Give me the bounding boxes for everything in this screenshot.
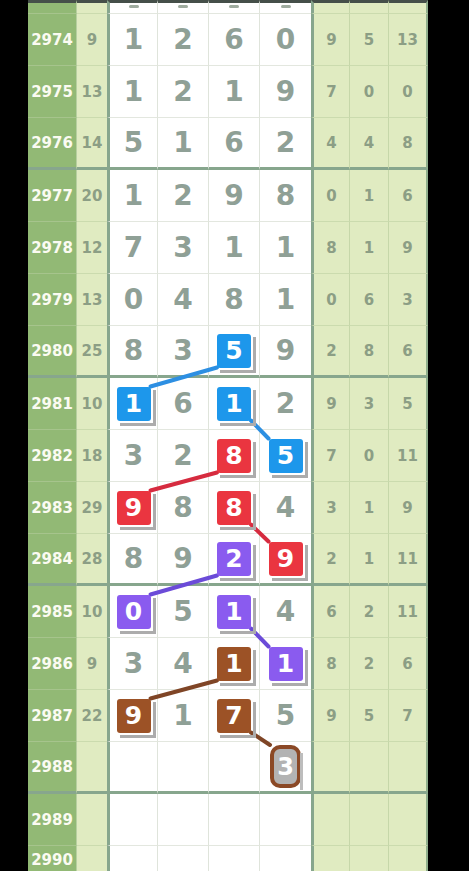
digit-cell bbox=[158, 846, 209, 871]
stat-cell: 9 bbox=[389, 482, 428, 534]
stat-cell bbox=[311, 742, 350, 794]
digit-cell: 9 bbox=[260, 66, 311, 118]
highlight-box: 1 bbox=[217, 647, 251, 681]
digit-cell bbox=[158, 742, 209, 794]
digit-cell: 4 bbox=[158, 638, 209, 690]
digit-cell: 7 bbox=[107, 222, 158, 274]
stat-cell: 1 bbox=[350, 170, 389, 222]
stat-cell: 3 bbox=[389, 274, 428, 326]
digit-cell: 8 bbox=[209, 430, 260, 482]
stat-cell bbox=[311, 794, 350, 846]
trend-grid: 2974912609513297513121970029761451624482… bbox=[28, 0, 428, 871]
digit-cell: 8 bbox=[158, 482, 209, 534]
digit-cell: 8 bbox=[107, 326, 158, 378]
digit-cell bbox=[107, 742, 158, 794]
digit-cell: 3 bbox=[107, 638, 158, 690]
clipped-digit-bottom bbox=[229, 5, 239, 8]
sum-cell: 10 bbox=[77, 586, 107, 638]
digit-cell: 1 bbox=[158, 690, 209, 742]
stat-cell: 3 bbox=[350, 378, 389, 430]
digit-cell: 1 bbox=[209, 66, 260, 118]
highlight-box: 1 bbox=[217, 595, 251, 629]
stat-cell bbox=[389, 846, 428, 871]
sum-cell: 10 bbox=[77, 378, 107, 430]
period-cell: 2982 bbox=[28, 430, 77, 482]
stat-cell: 6 bbox=[311, 586, 350, 638]
sum-cell: 13 bbox=[77, 274, 107, 326]
digit-cell bbox=[209, 742, 260, 794]
digit-cell: 6 bbox=[158, 378, 209, 430]
stat-cell: 6 bbox=[389, 638, 428, 690]
stat-cell: 3 bbox=[311, 482, 350, 534]
digit-cell: 9 bbox=[260, 326, 311, 378]
stat-cell: 5 bbox=[389, 378, 428, 430]
highlight-box: 9 bbox=[117, 491, 151, 525]
digit-cell: 2 bbox=[158, 66, 209, 118]
period-cell: 2974 bbox=[28, 14, 77, 66]
stat-cell: 8 bbox=[311, 638, 350, 690]
digit-cell: 3 bbox=[158, 222, 209, 274]
highlight-box: 9 bbox=[117, 699, 151, 733]
digit-cell: 3 bbox=[158, 326, 209, 378]
period-cell: 2981 bbox=[28, 378, 77, 430]
digit-cell: 1 bbox=[260, 222, 311, 274]
digit-cell: 4 bbox=[260, 482, 311, 534]
period-cell: 2990 bbox=[28, 846, 77, 871]
digit-cell bbox=[260, 0, 311, 14]
stat-cell: 8 bbox=[389, 118, 428, 170]
sum-cell bbox=[77, 846, 107, 871]
period-cell: 2976 bbox=[28, 118, 77, 170]
digit-cell: 6 bbox=[209, 118, 260, 170]
digit-cell bbox=[158, 0, 209, 14]
digit-cell bbox=[260, 846, 311, 871]
stat-cell: 6 bbox=[389, 326, 428, 378]
digit-cell: 1 bbox=[158, 118, 209, 170]
highlight-box: 1 bbox=[117, 387, 151, 421]
digit-cell: 0 bbox=[107, 586, 158, 638]
digit-cell: 2 bbox=[209, 534, 260, 586]
stat-cell: 1 bbox=[350, 222, 389, 274]
digit-cell: 5 bbox=[260, 430, 311, 482]
digit-cell: 6 bbox=[209, 14, 260, 66]
highlight-box: 5 bbox=[269, 439, 303, 473]
stat-cell bbox=[389, 0, 428, 14]
digit-cell: 9 bbox=[260, 534, 311, 586]
sum-cell bbox=[77, 742, 107, 794]
period-cell: 2989 bbox=[28, 794, 77, 846]
digit-cell bbox=[107, 794, 158, 846]
digit-cell: 9 bbox=[158, 534, 209, 586]
clipped-digit-bottom bbox=[281, 5, 291, 8]
digit-cell: 8 bbox=[260, 170, 311, 222]
stat-cell: 5 bbox=[350, 690, 389, 742]
sum-cell: 20 bbox=[77, 170, 107, 222]
digit-cell: 5 bbox=[107, 118, 158, 170]
digit-cell: 8 bbox=[209, 274, 260, 326]
stat-cell bbox=[350, 742, 389, 794]
digit-cell: 1 bbox=[209, 378, 260, 430]
digit-cell: 3 bbox=[260, 742, 311, 794]
digit-cell bbox=[158, 794, 209, 846]
stat-cell: 7 bbox=[311, 430, 350, 482]
stat-cell: 11 bbox=[389, 534, 428, 586]
period-cell: 2984 bbox=[28, 534, 77, 586]
period-cell: 2986 bbox=[28, 638, 77, 690]
highlight-box: 8 bbox=[217, 439, 251, 473]
period-cell: 2975 bbox=[28, 66, 77, 118]
digit-cell: 1 bbox=[209, 586, 260, 638]
highlight-box: 8 bbox=[217, 491, 251, 525]
stat-cell: 1 bbox=[350, 534, 389, 586]
digit-cell: 1 bbox=[260, 274, 311, 326]
digit-cell: 5 bbox=[209, 326, 260, 378]
stat-cell bbox=[311, 0, 350, 14]
digit-cell: 7 bbox=[209, 690, 260, 742]
digit-cell: 2 bbox=[158, 14, 209, 66]
stat-cell: 9 bbox=[311, 690, 350, 742]
sum-cell: 12 bbox=[77, 222, 107, 274]
period-cell: 2987 bbox=[28, 690, 77, 742]
highlight-box: 0 bbox=[117, 595, 151, 629]
stat-cell: 8 bbox=[350, 326, 389, 378]
digit-cell: 2 bbox=[260, 118, 311, 170]
highlight-box: 1 bbox=[269, 647, 303, 681]
sum-cell bbox=[77, 794, 107, 846]
digit-cell: 2 bbox=[158, 430, 209, 482]
highlight-box: 2 bbox=[217, 542, 251, 576]
period-cell: 2985 bbox=[28, 586, 77, 638]
stat-cell: 9 bbox=[311, 14, 350, 66]
stat-cell: 8 bbox=[311, 222, 350, 274]
digit-cell: 8 bbox=[107, 534, 158, 586]
stat-cell: 0 bbox=[350, 430, 389, 482]
digit-cell: 0 bbox=[260, 14, 311, 66]
digit-cell: 8 bbox=[209, 482, 260, 534]
digit-cell bbox=[209, 846, 260, 871]
period-cell: 2988 bbox=[28, 742, 77, 794]
period-cell: 2977 bbox=[28, 170, 77, 222]
digit-cell: 5 bbox=[260, 690, 311, 742]
digit-cell: 5 bbox=[158, 586, 209, 638]
digit-cell bbox=[260, 794, 311, 846]
stat-cell: 4 bbox=[311, 118, 350, 170]
sum-cell: 14 bbox=[77, 118, 107, 170]
digit-cell: 1 bbox=[260, 638, 311, 690]
screen: { "game": "lottery pick-4 digit trend ch… bbox=[0, 0, 469, 871]
stat-cell: 2 bbox=[311, 534, 350, 586]
period-cell bbox=[28, 0, 77, 14]
stat-cell: 5 bbox=[350, 14, 389, 66]
sum-cell: 18 bbox=[77, 430, 107, 482]
highlight-box: 5 bbox=[217, 334, 251, 368]
trend-chart: 2974912609513297513121970029761451624482… bbox=[28, 0, 428, 871]
highlight-box: 1 bbox=[217, 387, 251, 421]
highlight-box: 7 bbox=[217, 699, 251, 733]
stat-cell: 1 bbox=[350, 482, 389, 534]
sum-cell: 29 bbox=[77, 482, 107, 534]
predicted-box: 3 bbox=[270, 745, 301, 788]
stat-cell: 0 bbox=[350, 66, 389, 118]
digit-cell: 1 bbox=[209, 222, 260, 274]
sum-cell: 13 bbox=[77, 66, 107, 118]
digit-cell: 1 bbox=[209, 638, 260, 690]
sum-cell: 9 bbox=[77, 638, 107, 690]
stat-cell bbox=[350, 794, 389, 846]
clipped-digit-bottom bbox=[129, 5, 139, 8]
stat-cell: 0 bbox=[311, 274, 350, 326]
digit-cell: 3 bbox=[107, 430, 158, 482]
digit-cell: 9 bbox=[209, 170, 260, 222]
stat-cell bbox=[350, 0, 389, 14]
stat-cell bbox=[311, 846, 350, 871]
digit-cell: 1 bbox=[107, 14, 158, 66]
digit-cell bbox=[107, 0, 158, 14]
period-cell: 2983 bbox=[28, 482, 77, 534]
digit-cell: 1 bbox=[107, 170, 158, 222]
highlight-box: 9 bbox=[269, 542, 303, 576]
stat-cell: 0 bbox=[311, 170, 350, 222]
clipped-digit-bottom bbox=[178, 5, 188, 8]
digit-cell bbox=[209, 0, 260, 14]
digit-cell: 1 bbox=[107, 378, 158, 430]
digit-cell: 1 bbox=[107, 66, 158, 118]
stat-cell: 7 bbox=[311, 66, 350, 118]
period-cell: 2978 bbox=[28, 222, 77, 274]
digit-cell: 0 bbox=[107, 274, 158, 326]
stat-cell: 13 bbox=[389, 14, 428, 66]
stat-cell: 2 bbox=[311, 326, 350, 378]
stat-cell: 9 bbox=[311, 378, 350, 430]
sum-cell: 22 bbox=[77, 690, 107, 742]
stat-cell: 7 bbox=[389, 690, 428, 742]
stat-cell: 6 bbox=[350, 274, 389, 326]
digit-cell: 9 bbox=[107, 690, 158, 742]
period-cell: 2979 bbox=[28, 274, 77, 326]
digit-cell: 9 bbox=[107, 482, 158, 534]
stat-cell bbox=[350, 846, 389, 871]
stat-cell: 9 bbox=[389, 222, 428, 274]
period-cell: 2980 bbox=[28, 326, 77, 378]
digit-cell bbox=[107, 846, 158, 871]
stat-cell: 11 bbox=[389, 586, 428, 638]
stat-cell: 11 bbox=[389, 430, 428, 482]
sum-cell: 9 bbox=[77, 14, 107, 66]
stat-cell: 4 bbox=[350, 118, 389, 170]
stat-cell: 2 bbox=[350, 638, 389, 690]
stat-cell bbox=[389, 794, 428, 846]
stat-cell: 0 bbox=[389, 66, 428, 118]
digit-cell: 4 bbox=[260, 586, 311, 638]
sum-cell bbox=[77, 0, 107, 14]
digit-cell: 2 bbox=[260, 378, 311, 430]
stat-cell bbox=[389, 742, 428, 794]
stat-cell: 2 bbox=[350, 586, 389, 638]
stat-cell: 6 bbox=[389, 170, 428, 222]
digit-cell bbox=[209, 794, 260, 846]
digit-cell: 4 bbox=[158, 274, 209, 326]
sum-cell: 25 bbox=[77, 326, 107, 378]
sum-cell: 28 bbox=[77, 534, 107, 586]
digit-cell: 2 bbox=[158, 170, 209, 222]
